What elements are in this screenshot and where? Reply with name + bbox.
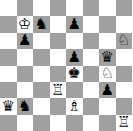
square-g2[interactable] bbox=[99, 98, 116, 114]
square-h5[interactable] bbox=[116, 49, 133, 65]
square-d2[interactable] bbox=[50, 98, 67, 114]
square-d8[interactable] bbox=[50, 0, 67, 16]
square-d1[interactable] bbox=[50, 115, 67, 131]
black-knight[interactable]: ♞ bbox=[18, 98, 31, 113]
square-b2[interactable]: ♞ bbox=[17, 98, 34, 114]
black-queen[interactable]: ♛ bbox=[2, 98, 15, 113]
square-g3[interactable]: ♟ bbox=[99, 82, 116, 98]
square-d3[interactable]: ♖ bbox=[50, 82, 67, 98]
square-h8[interactable] bbox=[116, 0, 133, 16]
square-h3[interactable] bbox=[116, 82, 133, 98]
white-knight[interactable]: ♘ bbox=[101, 66, 114, 81]
square-e3[interactable] bbox=[66, 82, 83, 98]
square-f1[interactable] bbox=[83, 115, 100, 131]
square-e1[interactable] bbox=[66, 115, 83, 131]
square-f4[interactable] bbox=[83, 66, 100, 82]
square-a3[interactable] bbox=[0, 82, 17, 98]
square-a4[interactable] bbox=[0, 66, 17, 82]
square-h7[interactable] bbox=[116, 16, 133, 32]
square-h1[interactable]: ♖ bbox=[116, 115, 133, 131]
square-a2[interactable]: ♛ bbox=[0, 98, 17, 114]
black-queen[interactable]: ♛ bbox=[101, 49, 114, 64]
chessboard: ♔♞♟♟♘♟♛♚♘♖♟♛♞♗♖ bbox=[0, 0, 132, 131]
square-f7[interactable] bbox=[83, 16, 100, 32]
square-e8[interactable] bbox=[66, 0, 83, 16]
white-rook[interactable]: ♖ bbox=[51, 82, 64, 97]
white-rook[interactable]: ♖ bbox=[117, 115, 130, 130]
square-a8[interactable] bbox=[0, 0, 17, 16]
square-h2[interactable] bbox=[116, 98, 133, 114]
square-b8[interactable] bbox=[17, 0, 34, 16]
white-king[interactable]: ♔ bbox=[18, 17, 31, 32]
square-f2[interactable] bbox=[83, 98, 100, 114]
square-g5[interactable]: ♛ bbox=[99, 49, 116, 65]
square-f6[interactable] bbox=[83, 33, 100, 49]
square-g6[interactable] bbox=[99, 33, 116, 49]
white-bishop[interactable]: ♗ bbox=[68, 98, 81, 113]
square-f8[interactable] bbox=[83, 0, 100, 16]
square-b6[interactable]: ♟ bbox=[17, 33, 34, 49]
square-e4[interactable]: ♚ bbox=[66, 66, 83, 82]
square-c3[interactable] bbox=[33, 82, 50, 98]
square-c2[interactable] bbox=[33, 98, 50, 114]
square-g1[interactable] bbox=[99, 115, 116, 131]
square-d4[interactable] bbox=[50, 66, 67, 82]
black-pawn[interactable]: ♟ bbox=[18, 33, 31, 48]
black-pawn[interactable]: ♟ bbox=[68, 49, 81, 64]
square-f3[interactable] bbox=[83, 82, 100, 98]
square-d6[interactable] bbox=[50, 33, 67, 49]
chess-diagram: ♔♞♟♟♘♟♛♚♘♖♟♛♞♗♖ bbox=[0, 0, 132, 131]
square-c1[interactable] bbox=[33, 115, 50, 131]
square-a1[interactable] bbox=[0, 115, 17, 131]
square-e6[interactable] bbox=[66, 33, 83, 49]
square-g8[interactable] bbox=[99, 0, 116, 16]
square-e2[interactable]: ♗ bbox=[66, 98, 83, 114]
square-h4[interactable] bbox=[116, 66, 133, 82]
square-h6[interactable]: ♘ bbox=[116, 33, 133, 49]
square-b1[interactable] bbox=[17, 115, 34, 131]
black-pawn[interactable]: ♟ bbox=[68, 17, 81, 32]
black-knight[interactable]: ♞ bbox=[35, 17, 48, 32]
square-c6[interactable] bbox=[33, 33, 50, 49]
square-f5[interactable] bbox=[83, 49, 100, 65]
square-b3[interactable] bbox=[17, 82, 34, 98]
square-b5[interactable] bbox=[17, 49, 34, 65]
square-b7[interactable]: ♔ bbox=[17, 16, 34, 32]
square-c4[interactable] bbox=[33, 66, 50, 82]
square-e7[interactable]: ♟ bbox=[66, 16, 83, 32]
square-a6[interactable] bbox=[0, 33, 17, 49]
square-g7[interactable] bbox=[99, 16, 116, 32]
square-b4[interactable] bbox=[17, 66, 34, 82]
square-c8[interactable] bbox=[33, 0, 50, 16]
square-g4[interactable]: ♘ bbox=[99, 66, 116, 82]
square-e5[interactable]: ♟ bbox=[66, 49, 83, 65]
square-c5[interactable] bbox=[33, 49, 50, 65]
square-a7[interactable] bbox=[0, 16, 17, 32]
square-a5[interactable] bbox=[0, 49, 17, 65]
black-pawn[interactable]: ♟ bbox=[101, 82, 114, 97]
black-king[interactable]: ♚ bbox=[68, 66, 81, 81]
square-d5[interactable] bbox=[50, 49, 67, 65]
white-knight[interactable]: ♘ bbox=[117, 33, 130, 48]
square-c7[interactable]: ♞ bbox=[33, 16, 50, 32]
square-d7[interactable] bbox=[50, 16, 67, 32]
